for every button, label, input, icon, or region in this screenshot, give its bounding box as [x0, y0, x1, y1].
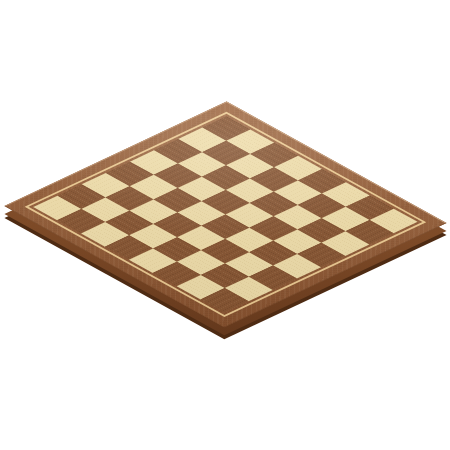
- playing-field: [33, 116, 417, 312]
- photo-background: [0, 0, 450, 450]
- board-frame: [4, 102, 446, 328]
- board-top-surface: [4, 102, 446, 328]
